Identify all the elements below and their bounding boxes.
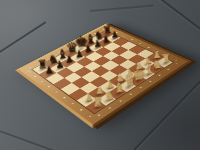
- chess-photo-scene: ♜♞♝♛♚♝♞♜♟♟♟♟♟♟♟♟♟♟♟♟♟♟♟♟♜♞♝♛♚♝♞♜: [0, 0, 200, 150]
- chess-board: ♜♞♝♛♚♝♞♜♟♟♟♟♟♟♟♟♟♟♟♟♟♟♟♟♜♞♝♛♚♝♞♜: [15, 23, 192, 128]
- piece-white-rook: ♜: [90, 96, 106, 110]
- board-perspective-wrapper: ♜♞♝♛♚♝♞♜♟♟♟♟♟♟♟♟♟♟♟♟♟♟♟♟♜♞♝♛♚♝♞♜: [0, 0, 200, 150]
- piece-black-pawn: ♟: [43, 65, 57, 77]
- playing-area: ♜♞♝♛♚♝♞♜♟♟♟♟♟♟♟♟♟♟♟♟♟♟♟♟♜♞♝♛♚♝♞♜: [33, 31, 173, 113]
